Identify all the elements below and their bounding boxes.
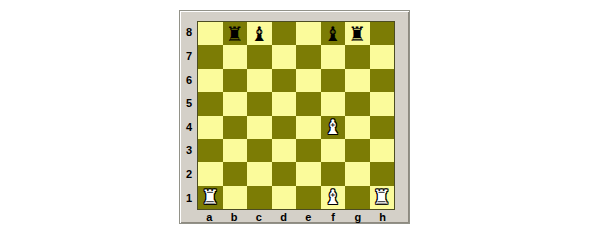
square-f6[interactable] (321, 69, 346, 92)
square-a4[interactable] (198, 116, 223, 139)
square-d7[interactable] (272, 45, 297, 68)
rank-label-3: 3 (181, 139, 197, 163)
square-e8[interactable] (296, 22, 321, 45)
square-e1[interactable] (296, 186, 321, 209)
file-label-h: h (370, 210, 395, 224)
square-g8[interactable]: ♜ (345, 22, 370, 45)
file-label-d: d (271, 210, 296, 224)
square-f2[interactable] (321, 162, 346, 185)
square-e4[interactable] (296, 116, 321, 139)
square-e7[interactable] (296, 45, 321, 68)
piece-black-rook: ♜ (348, 24, 366, 44)
piece-black-bishop: ♝ (250, 24, 268, 44)
rank-label-5: 5 (181, 92, 197, 116)
square-c6[interactable] (247, 69, 272, 92)
piece-white-bishop: ♝ (324, 187, 342, 207)
square-b3[interactable] (223, 139, 248, 162)
square-b1[interactable] (223, 186, 248, 209)
square-g3[interactable] (345, 139, 370, 162)
square-g4[interactable] (345, 116, 370, 139)
file-labels: abcdefgh (197, 210, 395, 224)
square-h1[interactable]: ♜ (370, 186, 395, 209)
square-d2[interactable] (272, 162, 297, 185)
square-b2[interactable] (223, 162, 248, 185)
rank-labels: 87654321 (181, 21, 197, 210)
file-label-g: g (346, 210, 371, 224)
square-c8[interactable]: ♝ (247, 22, 272, 45)
square-f1[interactable]: ♝ (321, 186, 346, 209)
square-e5[interactable] (296, 92, 321, 115)
piece-white-rook: ♜ (373, 187, 391, 207)
square-c1[interactable] (247, 186, 272, 209)
square-g6[interactable] (345, 69, 370, 92)
square-g2[interactable] (345, 162, 370, 185)
rank-label-4: 4 (181, 116, 197, 140)
file-label-e: e (296, 210, 321, 224)
file-label-b: b (222, 210, 247, 224)
square-c4[interactable] (247, 116, 272, 139)
square-h4[interactable] (370, 116, 395, 139)
piece-white-rook: ♜ (201, 187, 219, 207)
square-d1[interactable] (272, 186, 297, 209)
square-a8[interactable] (198, 22, 223, 45)
square-h6[interactable] (370, 69, 395, 92)
square-h7[interactable] (370, 45, 395, 68)
square-d8[interactable] (272, 22, 297, 45)
square-e3[interactable] (296, 139, 321, 162)
board-frame: 87654321 ♜♝♝♜♝♜♝♜ abcdefgh (179, 10, 410, 224)
square-d4[interactable] (272, 116, 297, 139)
rank-label-7: 7 (181, 45, 197, 69)
square-c3[interactable] (247, 139, 272, 162)
square-h8[interactable] (370, 22, 395, 45)
square-f3[interactable] (321, 139, 346, 162)
square-g1[interactable] (345, 186, 370, 209)
square-b5[interactable] (223, 92, 248, 115)
square-a6[interactable] (198, 69, 223, 92)
rank-label-2: 2 (181, 163, 197, 187)
square-c7[interactable] (247, 45, 272, 68)
square-b6[interactable] (223, 69, 248, 92)
square-d6[interactable] (272, 69, 297, 92)
file-label-a: a (197, 210, 222, 224)
piece-black-rook: ♜ (226, 24, 244, 44)
piece-white-bishop: ♝ (324, 117, 342, 137)
square-h3[interactable] (370, 139, 395, 162)
square-d3[interactable] (272, 139, 297, 162)
square-f8[interactable]: ♝ (321, 22, 346, 45)
square-e2[interactable] (296, 162, 321, 185)
square-h2[interactable] (370, 162, 395, 185)
square-b8[interactable]: ♜ (223, 22, 248, 45)
rank-label-6: 6 (181, 68, 197, 92)
square-c5[interactable] (247, 92, 272, 115)
square-e6[interactable] (296, 69, 321, 92)
board: ♜♝♝♜♝♜♝♜ (197, 21, 395, 210)
file-label-f: f (321, 210, 346, 224)
square-g7[interactable] (345, 45, 370, 68)
square-d5[interactable] (272, 92, 297, 115)
square-g5[interactable] (345, 92, 370, 115)
rank-label-8: 8 (181, 21, 197, 45)
rank-label-1: 1 (181, 186, 197, 210)
piece-black-bishop: ♝ (324, 24, 342, 44)
square-b7[interactable] (223, 45, 248, 68)
square-f7[interactable] (321, 45, 346, 68)
square-a1[interactable]: ♜ (198, 186, 223, 209)
square-h5[interactable] (370, 92, 395, 115)
file-label-c: c (247, 210, 272, 224)
square-a7[interactable] (198, 45, 223, 68)
square-a5[interactable] (198, 92, 223, 115)
square-a2[interactable] (198, 162, 223, 185)
square-b4[interactable] (223, 116, 248, 139)
square-c2[interactable] (247, 162, 272, 185)
square-f5[interactable] (321, 92, 346, 115)
square-f4[interactable]: ♝ (321, 116, 346, 139)
square-a3[interactable] (198, 139, 223, 162)
